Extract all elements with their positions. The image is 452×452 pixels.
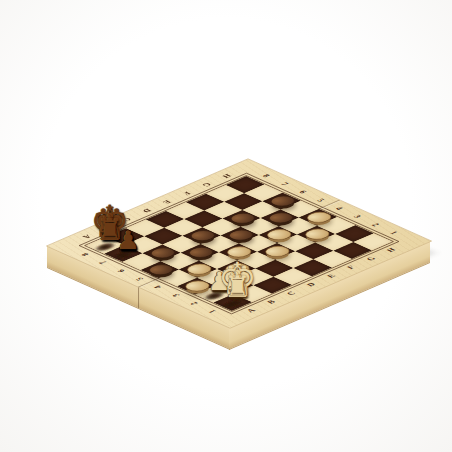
checker-dark-e5[interactable] [224,228,258,243]
rank-label-right: 4 [330,204,348,212]
rank-label-right: 8 [257,172,275,180]
file-label-back: D [137,207,156,215]
file-label-front: A [242,307,261,315]
checker-light-e3[interactable] [260,244,294,259]
file-label-front: B [262,298,281,306]
file-label-back: G [197,181,216,189]
checker-light-g3[interactable] [300,227,334,242]
rank-label-left: 4 [148,283,166,291]
checker-light-f4[interactable] [262,227,296,242]
file-label-front: D [302,281,321,289]
checker-dark-g5[interactable] [264,210,298,225]
rank-label-left: 8 [75,250,93,258]
rank-label-right: 5 [312,196,330,204]
checker-dark-f6[interactable] [226,211,260,226]
piece-glyph: ♟ [104,226,152,255]
rank-label-right: 3 [348,212,366,220]
rank-label-left: 6 [112,267,130,275]
checker-dark-h6[interactable] [266,194,300,209]
file-label-front: F [342,263,361,271]
rank-label-left: 2 [185,299,203,307]
rank-label-right: 6 [293,188,311,196]
file-label-back: F [177,189,196,197]
rank-label-left: 3 [166,291,184,299]
file-label-front: E [322,272,341,280]
rank-label-right: 7 [275,180,293,188]
file-label-back: E [157,198,176,206]
rank-label-right: 1 [384,229,402,237]
product-photo: AA88BB77CC66DD55EE44FF33GG22HH11 ♜♞♝♛♚♝♞… [0,0,452,452]
file-label-front: H [382,246,401,254]
rank-label-left: 5 [130,275,148,283]
checker-dark-a5[interactable] [144,262,178,277]
checker-light-h4[interactable] [302,210,336,225]
rank-label-left: 7 [94,258,112,266]
rank-label-left: 1 [203,307,221,315]
piece-glyph: ♜ [213,269,261,304]
chess-board: AA88BB77CC66DD55EE44FF33GG22HH11 ♜♞♝♛♚♝♞… [47,159,431,328]
file-label-back: H [217,172,236,180]
file-label-front: C [282,289,301,297]
checker-dark-d6[interactable] [186,228,220,243]
rank-label-right: 2 [366,221,384,229]
file-label-front: G [362,255,381,263]
